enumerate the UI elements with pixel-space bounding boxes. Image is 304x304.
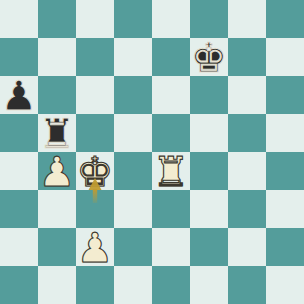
square-b3[interactable] (38, 190, 76, 228)
square-b2[interactable] (38, 228, 76, 266)
square-g7[interactable] (228, 38, 266, 76)
square-d1[interactable] (114, 266, 152, 304)
square-h5[interactable] (266, 114, 304, 152)
square-d2[interactable] (114, 228, 152, 266)
square-b7[interactable] (38, 38, 76, 76)
black-king[interactable]: ♚ (191, 39, 228, 77)
square-e5[interactable] (152, 114, 190, 152)
square-g1[interactable] (228, 266, 266, 304)
square-c6[interactable] (76, 76, 114, 114)
black-pawn[interactable]: ♟ (1, 77, 38, 115)
square-c5[interactable] (76, 114, 114, 152)
square-e7[interactable] (152, 38, 190, 76)
white-rook[interactable]: ♜ (153, 153, 190, 191)
square-e1[interactable] (152, 266, 190, 304)
square-d6[interactable] (114, 76, 152, 114)
square-c2[interactable]: ♟ (76, 228, 114, 266)
white-pawn[interactable]: ♟ (77, 229, 114, 267)
square-g4[interactable] (228, 152, 266, 190)
square-e4[interactable]: ♜ (152, 152, 190, 190)
square-h6[interactable] (266, 76, 304, 114)
square-f8[interactable] (190, 0, 228, 38)
square-d3[interactable] (114, 190, 152, 228)
square-h7[interactable] (266, 38, 304, 76)
square-f1[interactable] (190, 266, 228, 304)
square-d7[interactable] (114, 38, 152, 76)
square-e3[interactable] (152, 190, 190, 228)
square-a1[interactable] (0, 266, 38, 304)
square-a8[interactable] (0, 0, 38, 38)
square-b6[interactable] (38, 76, 76, 114)
white-king[interactable]: ♚ (77, 153, 114, 191)
square-e8[interactable] (152, 0, 190, 38)
chess-board-container: ♚♟♜♟♚♜♟ (0, 0, 304, 304)
square-g6[interactable] (228, 76, 266, 114)
square-b8[interactable] (38, 0, 76, 38)
square-b4[interactable]: ♟ (38, 152, 76, 190)
square-f4[interactable] (190, 152, 228, 190)
square-e6[interactable] (152, 76, 190, 114)
square-g3[interactable] (228, 190, 266, 228)
square-b1[interactable] (38, 266, 76, 304)
square-h1[interactable] (266, 266, 304, 304)
square-a5[interactable] (0, 114, 38, 152)
square-d5[interactable] (114, 114, 152, 152)
square-f6[interactable] (190, 76, 228, 114)
square-h8[interactable] (266, 0, 304, 38)
square-g8[interactable] (228, 0, 266, 38)
white-pawn[interactable]: ♟ (39, 153, 76, 191)
square-h4[interactable] (266, 152, 304, 190)
square-b5[interactable]: ♜ (38, 114, 76, 152)
square-e2[interactable] (152, 228, 190, 266)
square-g2[interactable] (228, 228, 266, 266)
square-d8[interactable] (114, 0, 152, 38)
square-g5[interactable] (228, 114, 266, 152)
square-a6[interactable]: ♟ (0, 76, 38, 114)
square-f2[interactable] (190, 228, 228, 266)
square-f3[interactable] (190, 190, 228, 228)
square-a2[interactable] (0, 228, 38, 266)
square-c1[interactable] (76, 266, 114, 304)
square-c7[interactable] (76, 38, 114, 76)
square-c3[interactable] (76, 190, 114, 228)
square-a7[interactable] (0, 38, 38, 76)
chess-board: ♚♟♜♟♚♜♟ (0, 0, 304, 304)
square-f5[interactable] (190, 114, 228, 152)
square-h2[interactable] (266, 228, 304, 266)
square-a4[interactable] (0, 152, 38, 190)
square-c4[interactable]: ♚ (76, 152, 114, 190)
square-c8[interactable] (76, 0, 114, 38)
square-f7[interactable]: ♚ (190, 38, 228, 76)
square-h3[interactable] (266, 190, 304, 228)
square-a3[interactable] (0, 190, 38, 228)
square-d4[interactable] (114, 152, 152, 190)
